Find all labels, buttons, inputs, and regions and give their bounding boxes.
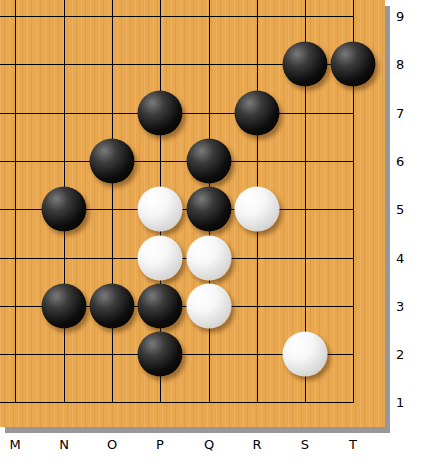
go-board-diagram: MNOPQRST987654321	[0, 0, 422, 470]
white-stone-Q4	[187, 236, 232, 281]
black-stone-S8	[283, 42, 328, 87]
black-stone-O3	[90, 284, 135, 329]
black-stone-O6	[90, 139, 135, 184]
black-stone-N3	[42, 284, 87, 329]
grid-line-row-9	[0, 16, 354, 17]
grid-line-col-O	[112, 0, 113, 403]
row-label-1: 1	[396, 396, 404, 409]
col-label-Q: Q	[204, 438, 214, 451]
row-label-8: 8	[396, 58, 404, 71]
black-stone-Q6	[187, 139, 232, 184]
col-label-M: M	[9, 438, 20, 451]
white-stone-P5	[138, 187, 183, 232]
row-label-6: 6	[396, 155, 404, 168]
black-stone-P2	[138, 332, 183, 377]
row-label-3: 3	[396, 300, 404, 313]
row-label-9: 9	[396, 10, 404, 23]
board-surface[interactable]	[0, 0, 385, 427]
white-stone-S2	[283, 332, 328, 377]
row-label-7: 7	[396, 107, 404, 120]
black-stone-R7	[235, 91, 280, 136]
white-stone-Q3	[187, 284, 232, 329]
grid-line-col-M	[15, 0, 16, 403]
white-stone-P4	[138, 236, 183, 281]
col-label-P: P	[156, 438, 164, 451]
grid-line-row-6	[0, 161, 354, 162]
row-label-2: 2	[396, 348, 404, 361]
col-label-T: T	[349, 438, 357, 451]
black-stone-Q5	[187, 187, 232, 232]
black-stone-P7	[138, 91, 183, 136]
col-label-R: R	[252, 438, 261, 451]
row-label-5: 5	[396, 203, 404, 216]
grid-line-row-1	[0, 402, 354, 403]
white-stone-R5	[235, 187, 280, 232]
black-stone-N5	[42, 187, 87, 232]
col-label-S: S	[301, 438, 309, 451]
black-stone-P3	[138, 284, 183, 329]
col-label-O: O	[107, 438, 117, 451]
black-stone-T8	[331, 42, 376, 87]
row-label-4: 4	[396, 252, 404, 265]
col-label-N: N	[59, 438, 69, 451]
